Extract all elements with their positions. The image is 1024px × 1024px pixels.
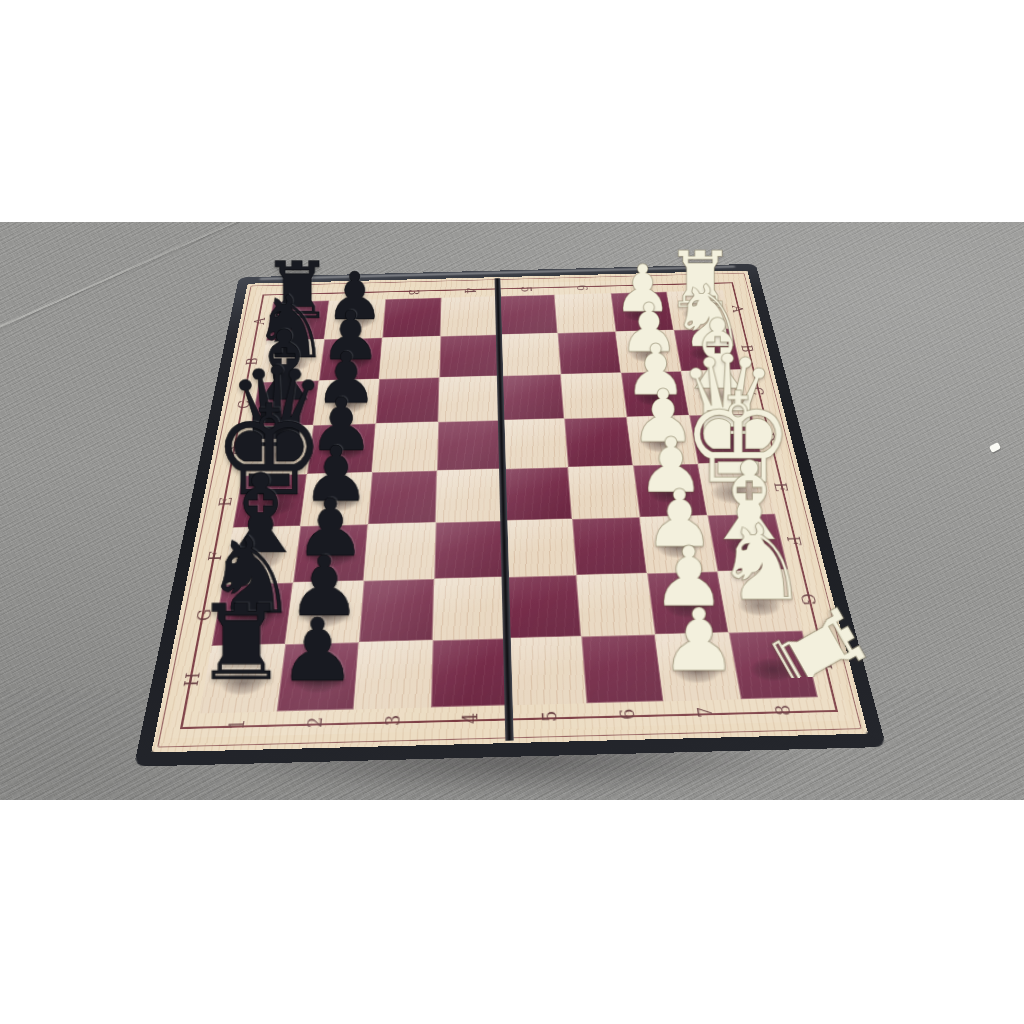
square-c5 xyxy=(500,374,564,420)
square-b3 xyxy=(379,336,440,379)
photo-area: ♜♟♟♜♞♟♟♞♝♟♟♝♛♟♟♛♚♟♟♚♝♟♟♝♞♟♟♞♜♟♟♜ 1234567… xyxy=(0,222,1024,800)
square-f4 xyxy=(435,520,506,578)
rank-label-far-4: 4 xyxy=(460,272,479,309)
square-d5 xyxy=(501,419,567,469)
rank-label-far-3: 3 xyxy=(403,274,424,311)
square-b4 xyxy=(440,335,500,378)
square-c4 xyxy=(439,376,502,422)
square-b6 xyxy=(557,332,621,375)
square-h5 xyxy=(507,636,586,705)
square-d3 xyxy=(372,422,438,472)
white-pawn-h7: ♟ xyxy=(660,596,738,683)
square-c6 xyxy=(560,373,626,419)
chess-board-scene: ♜♟♟♜♞♟♟♞♝♟♟♝♛♟♟♛♚♟♟♚♝♟♟♝♞♟♟♞♜♟♟♜ 1234567… xyxy=(134,264,887,767)
square-d6 xyxy=(564,417,633,467)
square-e5 xyxy=(503,467,572,521)
square-d4 xyxy=(437,421,502,471)
square-h1: ♜ xyxy=(199,644,285,713)
rank-label-near-8: 8 xyxy=(762,675,803,747)
rank-label-far-5: 5 xyxy=(516,271,537,308)
board-frame: ♜♟♟♜♞♟♟♞♝♟♟♝♛♟♟♛♚♟♟♚♝♟♟♝♞♟♟♞♜♟♟♜ 1234567… xyxy=(134,264,887,767)
square-e3 xyxy=(368,470,437,524)
square-g3 xyxy=(359,579,434,642)
square-g6 xyxy=(576,573,655,636)
square-f5 xyxy=(504,519,576,577)
square-g4 xyxy=(433,577,507,640)
black-pawn-h2: ♟ xyxy=(278,606,356,693)
square-c3 xyxy=(376,378,440,424)
square-f3 xyxy=(364,522,436,580)
square-f6 xyxy=(572,517,647,575)
square-g5 xyxy=(505,575,580,638)
square-e4 xyxy=(436,469,504,523)
rank-label-far-6: 6 xyxy=(571,270,594,307)
square-e6 xyxy=(568,465,640,519)
black-rook-h1: ♜ xyxy=(194,592,287,695)
square-h8: ♜ xyxy=(729,630,818,699)
board-surface: ♜♟♟♜♞♟♟♞♝♟♟♝♛♟♟♛♚♟♟♚♝♟♟♝♞♟♟♞♜♟♟♜ 1234567… xyxy=(151,271,868,753)
square-b5 xyxy=(499,333,560,376)
